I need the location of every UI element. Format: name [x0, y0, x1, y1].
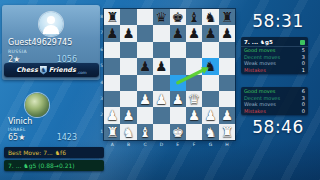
- player-card-bottom: Vinich ISRAEL 65★ 1423: [2, 88, 100, 143]
- file-label-h: H: [219, 141, 235, 149]
- square-f3[interactable]: ♛: [186, 91, 202, 107]
- person-icon: [47, 16, 55, 24]
- square-a8[interactable]: ♜: [104, 9, 120, 25]
- move-quality-indicator-icon: [300, 40, 305, 45]
- rank-labels: 87654321: [96, 9, 103, 140]
- piece-white-queen: ♛: [186, 91, 202, 107]
- piece-black-pawn: ♟: [153, 58, 169, 74]
- square-c2[interactable]: [137, 107, 153, 123]
- piece-white-pawn: ♟: [104, 107, 120, 123]
- square-c1[interactable]: ♝: [137, 124, 153, 140]
- piece-white-knight: ♞: [202, 124, 218, 140]
- logo-text-com: .com: [77, 70, 87, 75]
- file-label-b: B: [120, 141, 136, 149]
- square-h4[interactable]: [219, 75, 235, 91]
- piece-white-pawn: ♟: [120, 107, 136, 123]
- piece-white-bishop: ♝: [137, 124, 153, 140]
- square-b6[interactable]: [120, 42, 136, 58]
- square-b5[interactable]: [120, 58, 136, 74]
- piece-white-knight: ♞: [120, 124, 136, 140]
- square-a5[interactable]: [104, 58, 120, 74]
- square-e1[interactable]: ♚: [170, 124, 186, 140]
- move-stats-panel-top: 7. ... ♞g5 Good moves5 Decent moves3 Wea…: [241, 37, 308, 74]
- piece-black-pawn: ♟: [104, 25, 120, 41]
- file-label-d: D: [153, 141, 169, 149]
- square-f7[interactable]: ♟: [186, 25, 202, 41]
- square-h3[interactable]: [219, 91, 235, 107]
- square-c5[interactable]: ♟: [137, 58, 153, 74]
- square-h2[interactable]: ♟: [219, 107, 235, 123]
- piece-white-pawn: ♟: [137, 91, 153, 107]
- square-a3[interactable]: [104, 91, 120, 107]
- square-h6[interactable]: [219, 42, 235, 58]
- square-a2[interactable]: ♟: [104, 107, 120, 123]
- rank-label-7: 7: [96, 25, 103, 41]
- square-g6[interactable]: [202, 42, 218, 58]
- square-e4[interactable]: [170, 75, 186, 91]
- square-c4[interactable]: [137, 75, 153, 91]
- piece-black-rook: ♜: [219, 9, 235, 25]
- square-g7[interactable]: ♟: [202, 25, 218, 41]
- square-f5[interactable]: [186, 58, 202, 74]
- square-f6[interactable]: [186, 42, 202, 58]
- square-c8[interactable]: [137, 9, 153, 25]
- square-d8[interactable]: ♛: [153, 9, 169, 25]
- rank-label-8: 8: [96, 9, 103, 25]
- square-c3[interactable]: ♟: [137, 91, 153, 107]
- square-e3[interactable]: ♟: [170, 91, 186, 107]
- piece-black-king: ♚: [170, 9, 186, 25]
- stat-row-mistakes: Mistakes1: [241, 67, 308, 74]
- square-b4[interactable]: [120, 75, 136, 91]
- piece-black-pawn: ♟: [202, 25, 218, 41]
- square-g5[interactable]: ♞: [202, 58, 218, 74]
- file-label-f: F: [186, 141, 202, 149]
- rank-label-4: 4: [96, 75, 103, 91]
- piece-black-pawn: ♟: [186, 25, 202, 41]
- piece-white-pawn: ♟: [219, 107, 235, 123]
- file-label-c: C: [137, 141, 153, 149]
- logo-banner: Chess ♞ Friends .com: [4, 63, 99, 77]
- square-a4[interactable]: [104, 75, 120, 91]
- player-name-bottom: Vinich: [8, 117, 32, 126]
- square-d1[interactable]: [153, 124, 169, 140]
- square-f1[interactable]: [186, 124, 202, 140]
- square-b1[interactable]: ♞: [120, 124, 136, 140]
- square-e8[interactable]: ♚: [170, 9, 186, 25]
- square-g3[interactable]: [202, 91, 218, 107]
- square-f2[interactable]: ♟: [186, 107, 202, 123]
- square-e2[interactable]: [170, 107, 186, 123]
- logo-text-chess: Chess: [16, 66, 38, 74]
- piece-black-pawn: ♟: [137, 58, 153, 74]
- square-c7[interactable]: [137, 25, 153, 41]
- square-d3[interactable]: ♟: [153, 91, 169, 107]
- file-label-e: E: [170, 141, 186, 149]
- file-label-g: G: [202, 141, 218, 149]
- square-d2[interactable]: [153, 107, 169, 123]
- clock-bottom-player: 58:46: [240, 117, 316, 137]
- square-h5[interactable]: [219, 58, 235, 74]
- stat-row-mistakes: Mistakes0: [241, 108, 308, 115]
- rank-label-6: 6: [96, 42, 103, 58]
- square-h7[interactable]: ♟: [219, 25, 235, 41]
- square-g1[interactable]: ♞: [202, 124, 218, 140]
- piece-black-queen: ♛: [153, 9, 169, 25]
- piece-black-rook: ♜: [104, 9, 120, 25]
- square-d6[interactable]: [153, 42, 169, 58]
- avatar-bottom-player: [25, 93, 49, 117]
- square-d7[interactable]: [153, 25, 169, 41]
- piece-black-pawn: ♟: [170, 25, 186, 41]
- player-rating-bottom: 1423: [32, 133, 77, 142]
- chess-board[interactable]: ♜♛♚♝♞♜♟♟♟♟♟♟♟♟♞♟♟♟♛♟♟♟♟♟♜♞♝♚♞♜: [104, 9, 235, 140]
- square-g2[interactable]: ♟: [202, 107, 218, 123]
- rank-label-5: 5: [96, 58, 103, 74]
- shield-icon: ♞: [40, 66, 47, 75]
- rank-label-1: 1: [96, 124, 103, 140]
- file-label-a: A: [104, 141, 120, 149]
- square-a6[interactable]: [104, 42, 120, 58]
- rank-label-3: 3: [96, 91, 103, 107]
- square-h8[interactable]: ♜: [219, 9, 235, 25]
- piece-black-pawn: ♟: [219, 25, 235, 41]
- square-h1[interactable]: ♜: [219, 124, 235, 140]
- square-e5[interactable]: [170, 58, 186, 74]
- player-country-top: RUSSIA: [8, 49, 27, 54]
- clock-top-player: 58:31: [240, 11, 316, 31]
- best-move-box: Best Move: 7... ♞f6: [4, 147, 104, 158]
- piece-white-pawn: ♟: [202, 107, 218, 123]
- square-b8[interactable]: [120, 9, 136, 25]
- piece-white-king: ♚: [170, 124, 186, 140]
- square-f8[interactable]: ♝: [186, 9, 202, 25]
- piece-white-pawn: ♟: [153, 91, 169, 107]
- star-icon: ★: [18, 133, 25, 142]
- square-a7[interactable]: ♟: [104, 25, 120, 41]
- app-root: Guest49629745 RUSSIA 2★ 1056 Chess ♞ Fri…: [0, 0, 320, 180]
- square-e7[interactable]: ♟: [170, 25, 186, 41]
- player-name-top: Guest49629745: [8, 38, 72, 47]
- square-b2[interactable]: ♟: [120, 107, 136, 123]
- player-country-bottom: ISRAEL: [8, 127, 26, 132]
- square-d5[interactable]: ♟: [153, 58, 169, 74]
- rank-label-2: 2: [96, 107, 103, 123]
- square-g4[interactable]: [202, 75, 218, 91]
- square-a1[interactable]: ♜: [104, 124, 120, 140]
- square-g8[interactable]: ♞: [202, 9, 218, 25]
- piece-white-rook: ♜: [104, 124, 120, 140]
- square-e6[interactable]: [170, 42, 186, 58]
- square-b7[interactable]: ♟: [120, 25, 136, 41]
- player-stars-bottom: 65★: [8, 133, 25, 142]
- square-c6[interactable]: [137, 42, 153, 58]
- piece-white-pawn: ♟: [170, 91, 186, 107]
- piece-black-pawn: ♟: [120, 25, 136, 41]
- file-labels: ABCDEFGH: [104, 141, 235, 149]
- played-move-box: 7. ... ♞g5 (0.88→0.21): [4, 160, 104, 171]
- piece-white-pawn: ♟: [186, 107, 202, 123]
- piece-black-knight: ♞: [202, 58, 218, 74]
- move-stats-panel-bottom: Good moves6 Decent moves3 Weak moves0 Mi…: [241, 87, 308, 115]
- piece-black-knight: ♞: [202, 9, 218, 25]
- square-f4[interactable]: [186, 75, 202, 91]
- avatar-top-player: [39, 12, 63, 36]
- square-d4[interactable]: [153, 75, 169, 91]
- piece-black-bishop: ♝: [186, 9, 202, 25]
- last-move-header: 7. ... ♞g5: [241, 38, 308, 47]
- logo-text-friends: Friends: [49, 66, 76, 74]
- piece-white-rook: ♜: [219, 124, 235, 140]
- square-b3[interactable]: [120, 91, 136, 107]
